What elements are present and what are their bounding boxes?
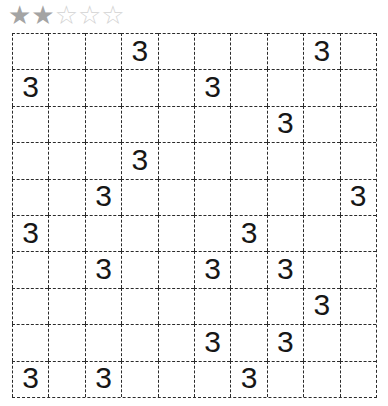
grid-cell-r3c9[interactable] [303, 106, 339, 142]
clue-number: 3 [132, 36, 149, 66]
grid-cell-r5c6[interactable] [194, 179, 230, 215]
grid-cell-r3c5[interactable] [158, 106, 194, 142]
grid-cell-r2c7[interactable] [230, 69, 266, 105]
grid-cell-r7c4[interactable] [121, 251, 157, 287]
grid-cell-r5c7[interactable] [230, 179, 266, 215]
clue-number: 3 [313, 36, 330, 66]
clue-number: 3 [350, 181, 367, 211]
grid-cell-r8c2[interactable] [48, 288, 84, 324]
grid-cell-r4c6[interactable] [194, 142, 230, 178]
grid-cell-r4c7[interactable] [230, 142, 266, 178]
clue-number: 3 [22, 72, 39, 102]
grid-cell-r8c10[interactable] [340, 288, 376, 324]
star-icon-empty: ☆ [101, 2, 124, 28]
grid-cell-r6c7[interactable]: 3 [230, 215, 266, 251]
grid-cell-r8c3[interactable] [85, 288, 121, 324]
clue-number: 3 [22, 363, 39, 393]
grid-cell-r6c2[interactable] [48, 215, 84, 251]
grid-cell-r1c1[interactable] [12, 33, 48, 69]
grid-cell-r1c6[interactable] [194, 33, 230, 69]
grid-cell-r2c8[interactable] [267, 69, 303, 105]
grid-cell-r6c5[interactable] [158, 215, 194, 251]
grid-cell-r4c3[interactable] [85, 142, 121, 178]
grid-cell-r7c6[interactable]: 3 [194, 251, 230, 287]
grid-cell-r2c5[interactable] [158, 69, 194, 105]
grid-cell-r9c1[interactable] [12, 324, 48, 360]
grid-cell-r9c2[interactable] [48, 324, 84, 360]
grid-cell-r9c8[interactable]: 3 [267, 324, 303, 360]
grid-cell-r9c5[interactable] [158, 324, 194, 360]
grid-cell-r4c9[interactable] [303, 142, 339, 178]
grid-cell-r5c5[interactable] [158, 179, 194, 215]
star-icon-empty: ☆ [78, 2, 101, 28]
grid-cell-r3c7[interactable] [230, 106, 266, 142]
grid-cell-r3c6[interactable] [194, 106, 230, 142]
grid-cell-r8c6[interactable] [194, 288, 230, 324]
grid-cell-r8c8[interactable] [267, 288, 303, 324]
grid-cell-r1c8[interactable] [267, 33, 303, 69]
grid-cell-r1c5[interactable] [158, 33, 194, 69]
star-icon-filled: ★ [8, 2, 31, 28]
grid-cell-r1c7[interactable] [230, 33, 266, 69]
grid-cell-r10c4[interactable] [121, 361, 157, 397]
grid-cell-r4c10[interactable] [340, 142, 376, 178]
grid-cell-r10c2[interactable] [48, 361, 84, 397]
grid-cell-r1c3[interactable] [85, 33, 121, 69]
grid-cell-r2c2[interactable] [48, 69, 84, 105]
grid-cell-r6c1[interactable]: 3 [12, 215, 48, 251]
grid-cell-r5c2[interactable] [48, 179, 84, 215]
grid-cell-r6c3[interactable] [85, 215, 121, 251]
grid-cell-r8c5[interactable] [158, 288, 194, 324]
star-icon-filled: ★ [31, 2, 54, 28]
difficulty-stars: ★★☆☆☆ [8, 0, 125, 30]
grid-cell-r4c8[interactable] [267, 142, 303, 178]
clue-number: 3 [313, 290, 330, 320]
grid-cell-r3c2[interactable] [48, 106, 84, 142]
grid-cell-r7c9[interactable] [303, 251, 339, 287]
grid-cell-r7c1[interactable] [12, 251, 48, 287]
grid-cell-r6c4[interactable] [121, 215, 157, 251]
grid-cell-r10c10[interactable] [340, 361, 376, 397]
grid-cell-r6c10[interactable] [340, 215, 376, 251]
clue-number: 3 [277, 254, 294, 284]
grid-cell-r9c10[interactable] [340, 324, 376, 360]
grid-cell-r10c9[interactable] [303, 361, 339, 397]
grid-cell-r3c1[interactable] [12, 106, 48, 142]
grid-cell-r4c2[interactable] [48, 142, 84, 178]
grid-cell-r8c9[interactable]: 3 [303, 288, 339, 324]
grid-cell-r5c3[interactable]: 3 [85, 179, 121, 215]
grid-cell-r1c4[interactable]: 3 [121, 33, 157, 69]
grid-cell-r2c1[interactable]: 3 [12, 69, 48, 105]
grid-cell-r1c2[interactable] [48, 33, 84, 69]
clue-number: 3 [95, 363, 112, 393]
clue-number: 3 [132, 145, 149, 175]
grid-cell-r5c8[interactable] [267, 179, 303, 215]
grid-cell-r7c3[interactable]: 3 [85, 251, 121, 287]
grid-cell-r8c7[interactable] [230, 288, 266, 324]
grid-cell-r1c10[interactable] [340, 33, 376, 69]
grid-cell-r8c4[interactable] [121, 288, 157, 324]
grid-cell-r2c10[interactable] [340, 69, 376, 105]
grid-cell-r3c4[interactable] [121, 106, 157, 142]
clue-number: 3 [204, 72, 221, 102]
puzzle-grid: 3333333333333333333 [12, 33, 377, 398]
clue-number: 3 [241, 218, 258, 248]
grid-cell-r9c6[interactable]: 3 [194, 324, 230, 360]
clue-number: 3 [241, 363, 258, 393]
grid-cell-r7c2[interactable] [48, 251, 84, 287]
grid-cell-r9c9[interactable] [303, 324, 339, 360]
grid-cell-r4c4[interactable]: 3 [121, 142, 157, 178]
grid-cell-r3c8[interactable]: 3 [267, 106, 303, 142]
grid-cell-r9c3[interactable] [85, 324, 121, 360]
grid-cell-r9c4[interactable] [121, 324, 157, 360]
grid-cell-r5c1[interactable] [12, 179, 48, 215]
grid-cell-r6c9[interactable] [303, 215, 339, 251]
grid-cell-r2c4[interactable] [121, 69, 157, 105]
star-icon-empty: ☆ [55, 2, 78, 28]
grid-cell-r4c1[interactable] [12, 142, 48, 178]
grid-cell-r7c8[interactable]: 3 [267, 251, 303, 287]
grid-cell-r2c3[interactable] [85, 69, 121, 105]
grid-cell-r2c9[interactable] [303, 69, 339, 105]
clue-number: 3 [95, 254, 112, 284]
grid-cell-r5c10[interactable]: 3 [340, 179, 376, 215]
grid-cell-r10c8[interactable] [267, 361, 303, 397]
grid-cell-r9c7[interactable] [230, 324, 266, 360]
grid-cell-r10c3[interactable]: 3 [85, 361, 121, 397]
grid-cell-r10c7[interactable]: 3 [230, 361, 266, 397]
grid-cell-r10c1[interactable]: 3 [12, 361, 48, 397]
grid-cell-r7c10[interactable] [340, 251, 376, 287]
grid-cell-r2c6[interactable]: 3 [194, 69, 230, 105]
clue-number: 3 [204, 327, 221, 357]
clue-number: 3 [204, 254, 221, 284]
grid-cell-r5c9[interactable] [303, 179, 339, 215]
clue-number: 3 [277, 108, 294, 138]
grid-cell-r8c1[interactable] [12, 288, 48, 324]
grid-cell-r4c5[interactable] [158, 142, 194, 178]
grid-cell-r6c6[interactable] [194, 215, 230, 251]
clue-number: 3 [277, 327, 294, 357]
grid-cell-r3c10[interactable] [340, 106, 376, 142]
clue-number: 3 [95, 181, 112, 211]
grid-cell-r6c8[interactable] [267, 215, 303, 251]
grid-cell-r10c5[interactable] [158, 361, 194, 397]
grid-cell-r3c3[interactable] [85, 106, 121, 142]
grid-cell-r7c7[interactable] [230, 251, 266, 287]
grid-cell-r5c4[interactable] [121, 179, 157, 215]
grid-cell-r7c5[interactable] [158, 251, 194, 287]
clue-number: 3 [22, 218, 39, 248]
grid-cell-r1c9[interactable]: 3 [303, 33, 339, 69]
grid-cell-r10c6[interactable] [194, 361, 230, 397]
